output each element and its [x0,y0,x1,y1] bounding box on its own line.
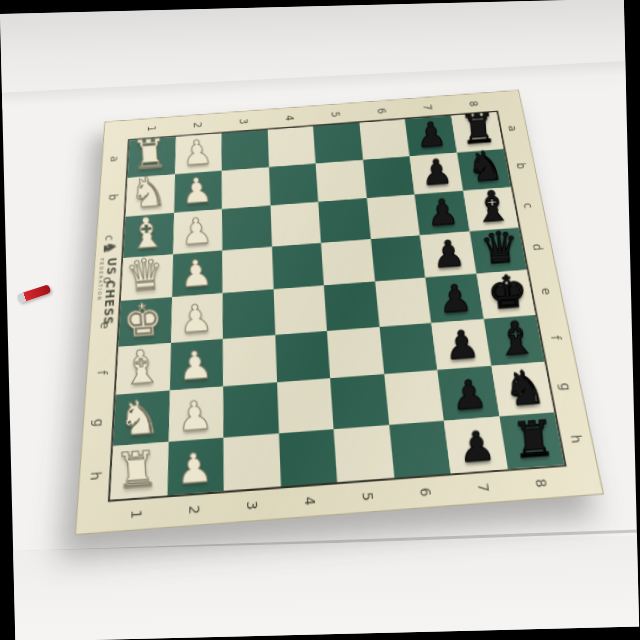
white-pawn: ♟ [178,251,214,297]
square-f2: ♟ [169,339,223,391]
white-pawn: ♟ [179,210,214,254]
coord-label-4: 4 [280,485,339,516]
square-h1: ♜ [110,441,168,499]
coord-label-8: 8 [510,468,572,498]
square-e3 [222,289,274,338]
square-g8: ♞ [491,362,554,416]
white-pawn: ♟ [174,444,214,495]
square-b4 [269,163,319,205]
black-pawn: ♟ [425,191,460,235]
square-g5 [330,374,389,429]
square-f8: ♝ [483,314,544,365]
black-bishop: ♝ [493,311,538,366]
square-b2: ♟ [174,170,222,213]
coord-label-h: h [79,447,111,504]
white-pawn: ♟ [177,296,214,343]
square-h3 [223,433,280,491]
square-a7: ♟ [405,116,457,156]
square-h2: ♟ [167,437,224,495]
coord-label-g: g [83,396,114,450]
square-d5 [321,239,375,286]
black-rook: ♜ [509,411,557,470]
coord-label-b: b [99,177,125,218]
square-e2: ♟ [171,293,223,342]
square-a6 [359,119,410,159]
square-b5 [316,160,367,202]
square-d3 [222,246,273,293]
black-pawn: ♟ [443,322,481,370]
white-pawn: ♟ [180,132,213,174]
black-pawn: ♟ [431,232,467,278]
coord-label-7: 7 [452,472,514,502]
square-e6 [375,278,432,327]
square-g7: ♟ [437,366,499,420]
square-d6 [370,235,425,282]
coord-label-a: a [102,139,128,178]
square-h5 [334,424,394,482]
coord-label-3: 3 [223,490,281,521]
square-h4 [278,429,337,487]
square-d7: ♟ [420,231,476,277]
white-knight: ♞ [116,389,162,446]
board-grid: ♜♟♟♜♞♟♟♞♝♟♟♝♛♟♟♛♚♟♟♚♝♟♟♝♞♟♟♞♜♟♟♜ [108,111,567,502]
square-d4 [272,242,324,289]
white-pawn: ♟ [175,391,214,441]
square-d2: ♟ [172,250,223,297]
square-c2: ♟ [173,209,222,254]
coord-label-6: 6 [395,477,456,507]
white-bishop: ♝ [119,340,164,395]
square-b3 [222,167,270,209]
red-pen [16,284,51,303]
square-f5 [327,327,384,379]
square-e5 [324,281,379,330]
white-pawn: ♟ [176,342,214,390]
black-pawn: ♟ [450,370,489,420]
black-pawn: ♟ [457,422,497,473]
square-g4 [277,378,334,433]
black-pawn: ♟ [437,276,474,323]
square-f3 [223,335,277,387]
square-c5 [318,198,370,242]
square-f6 [379,322,437,374]
square-c6 [366,194,419,238]
coord-label-5: 5 [337,481,397,512]
black-pawn: ♟ [415,114,448,156]
square-h6 [389,420,451,478]
coord-label-f: f [87,347,117,398]
black-pawn: ♟ [420,151,454,194]
square-f7: ♟ [431,318,491,369]
square-b7: ♟ [410,152,463,194]
square-c3 [222,206,272,251]
square-g1: ♞ [113,391,169,446]
square-f1: ♝ [116,343,171,395]
coord-label-2: 2 [165,494,223,525]
square-g2: ♟ [168,386,223,441]
coord-label-1: 1 [106,499,165,530]
square-a4 [267,126,315,166]
square-a5 [313,123,362,163]
black-knight: ♞ [501,359,548,416]
square-g6 [384,370,444,424]
square-h8: ♜ [499,412,564,469]
vinyl-chess-mat: 12345678 12345678 abcdefgh abcdefgh ♞ US… [75,90,604,535]
square-e4 [273,285,327,334]
square-b6 [363,156,415,198]
square-h7: ♟ [444,416,508,473]
square-e7: ♟ [425,274,483,323]
square-f4 [275,331,330,383]
photo: 12345678 12345678 abcdefgh abcdefgh ♞ US… [0,0,639,640]
square-c7: ♟ [415,191,470,235]
square-c4 [270,202,321,246]
white-pawn: ♟ [180,170,214,213]
square-g3 [223,382,278,437]
square-a2: ♟ [175,133,222,174]
square-a3 [221,130,268,171]
board-scene: 12345678 12345678 abcdefgh abcdefgh ♞ US… [55,29,629,603]
white-rook: ♜ [113,441,160,500]
